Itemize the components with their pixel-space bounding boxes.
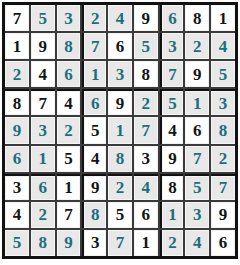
sudoku-cell-r2c8[interactable]: 2 (185, 33, 209, 59)
given-digit: 9 (193, 66, 202, 83)
solved-digit: 2 (219, 150, 228, 167)
sudoku-cell-r4c7[interactable]: 5 (160, 89, 184, 115)
sudoku-cell-r5c8[interactable]: 6 (185, 117, 209, 143)
given-digit: 9 (38, 38, 47, 55)
solved-digit: 1 (193, 95, 202, 112)
solved-digit: 3 (64, 10, 73, 27)
solved-digit: 1 (168, 206, 177, 223)
given-digit: 6 (116, 38, 125, 55)
solved-digit: 2 (13, 66, 22, 83)
sudoku-cell-r3c4[interactable]: 1 (82, 61, 106, 87)
given-digit: 5 (64, 150, 73, 167)
sudoku-cell-r6c2[interactable]: 1 (31, 146, 55, 172)
sudoku-cell-r1c4[interactable]: 2 (82, 5, 106, 31)
sudoku-cell-r9c8[interactable]: 4 (185, 230, 209, 256)
sudoku-cell-r9c7[interactable]: 2 (160, 230, 184, 256)
sudoku-cell-r1c3[interactable]: 3 (57, 5, 81, 31)
sudoku-cell-r3c9[interactable]: 5 (211, 61, 235, 87)
sudoku-cell-r6c6[interactable]: 3 (134, 146, 158, 172)
solved-digit: 5 (168, 95, 177, 112)
sudoku-cell-r1c6[interactable]: 9 (134, 5, 158, 31)
sudoku-cell-r9c5[interactable]: 7 (108, 230, 132, 256)
sudoku-cell-r8c6[interactable]: 6 (134, 202, 158, 228)
solved-digit: 3 (38, 122, 47, 139)
sudoku-cell-r8c9[interactable]: 9 (211, 202, 235, 228)
given-digit: 7 (13, 10, 22, 27)
sudoku-cell-r5c9[interactable]: 8 (211, 117, 235, 143)
given-digit: 1 (219, 10, 228, 27)
given-digit: 9 (91, 179, 100, 196)
solved-digit: 1 (116, 122, 125, 139)
solved-digit: 9 (64, 234, 73, 251)
solved-digit: 1 (91, 66, 100, 83)
solved-digit: 2 (168, 234, 177, 251)
sudoku-cell-r1c5[interactable]: 4 (108, 5, 132, 31)
given-digit: 4 (168, 122, 177, 139)
solved-digit: 6 (168, 10, 177, 27)
sudoku-cell-r5c2[interactable]: 3 (31, 117, 55, 143)
solved-digit: 3 (168, 38, 177, 55)
sudoku-cell-r4c5[interactable]: 9 (108, 89, 132, 115)
solved-digit: 3 (219, 95, 228, 112)
sudoku-cell-r3c8[interactable]: 9 (185, 61, 209, 87)
solved-digit: 7 (193, 150, 202, 167)
solved-digit: 7 (91, 38, 100, 55)
sudoku-cell-r4c6[interactable]: 2 (134, 89, 158, 115)
solved-digit: 7 (219, 179, 228, 196)
solved-digit: 3 (193, 206, 202, 223)
solved-digit: 8 (219, 122, 228, 139)
solved-digit: 4 (116, 10, 125, 27)
sudoku-cell-r2c2[interactable]: 9 (31, 33, 55, 59)
sudoku-cell-r2c9[interactable]: 4 (211, 33, 235, 59)
sudoku-cell-r9c6[interactable]: 1 (134, 230, 158, 256)
sudoku-cell-r8c7[interactable]: 1 (160, 202, 184, 228)
sudoku-cell-r4c9[interactable]: 3 (211, 89, 235, 115)
given-digit: 7 (64, 206, 73, 223)
solved-digit: 3 (116, 66, 125, 83)
sudoku-cell-r8c2[interactable]: 2 (31, 202, 55, 228)
solved-digit: 4 (193, 234, 202, 251)
given-digit: 4 (13, 206, 22, 223)
solved-digit: 7 (168, 66, 177, 83)
sudoku-cell-r6c1[interactable]: 6 (5, 146, 29, 172)
sudoku-cell-r9c2[interactable]: 8 (31, 230, 55, 256)
sudoku-cell-r4c2[interactable]: 7 (31, 89, 55, 115)
sudoku-cell-r2c6[interactable]: 5 (134, 33, 158, 59)
given-digit: 5 (91, 122, 100, 139)
given-digit: 3 (142, 150, 151, 167)
sudoku-cell-r9c9[interactable]: 6 (211, 230, 235, 256)
sudoku-cell-r7c3[interactable]: 1 (57, 174, 81, 200)
sudoku-cell-r5c5[interactable]: 1 (108, 117, 132, 143)
solved-digit: 8 (116, 150, 125, 167)
solved-digit: 5 (219, 66, 228, 83)
sudoku-cell-r8c5[interactable]: 5 (108, 202, 132, 228)
sudoku-cell-r3c6[interactable]: 8 (134, 61, 158, 87)
sudoku-cell-r6c4[interactable]: 4 (82, 146, 106, 172)
sudoku-cell-r4c1[interactable]: 8 (5, 89, 29, 115)
sudoku-cell-r2c4[interactable]: 7 (82, 33, 106, 59)
given-digit: 6 (193, 122, 202, 139)
sudoku-cell-r9c3[interactable]: 9 (57, 230, 81, 256)
sudoku-cell-r1c9[interactable]: 1 (211, 5, 235, 31)
sudoku-cell-r5c4[interactable]: 5 (82, 117, 106, 143)
sudoku-cell-r7c7[interactable]: 8 (160, 174, 184, 200)
sudoku-cell-r7c8[interactable]: 5 (185, 174, 209, 200)
sudoku-cell-r5c6[interactable]: 7 (134, 117, 158, 143)
given-digit: 8 (168, 179, 177, 196)
solved-digit: 8 (64, 38, 73, 55)
solved-digit: 8 (91, 206, 100, 223)
given-digit: 4 (38, 66, 47, 83)
given-digit: 8 (142, 66, 151, 83)
given-digit: 4 (64, 95, 73, 112)
given-digit: 1 (64, 179, 73, 196)
solved-digit: 6 (13, 150, 22, 167)
sudoku-cell-r5c3[interactable]: 2 (57, 117, 81, 143)
sudoku-cell-r3c1[interactable]: 2 (5, 61, 29, 87)
sudoku-cell-r8c4[interactable]: 8 (82, 202, 106, 228)
sudoku-cell-r6c7[interactable]: 9 (160, 146, 184, 172)
solved-digit: 5 (38, 10, 47, 27)
given-digit: 9 (116, 95, 125, 112)
sudoku-cell-r9c1[interactable]: 5 (5, 230, 29, 256)
sudoku-cell-r1c8[interactable]: 8 (185, 5, 209, 31)
sudoku-board: 7532496811987653242461387958746925139325… (2, 2, 238, 259)
sudoku-cell-r8c3[interactable]: 7 (57, 202, 81, 228)
solved-digit: 6 (91, 95, 100, 112)
sudoku-cell-r1c7[interactable]: 6 (160, 5, 184, 31)
sudoku-cell-r7c9[interactable]: 7 (211, 174, 235, 200)
solved-digit: 7 (142, 122, 151, 139)
solved-digit: 2 (64, 122, 73, 139)
sudoku-cell-r8c8[interactable]: 3 (185, 202, 209, 228)
given-digit: 1 (13, 38, 22, 55)
given-digit: 8 (193, 10, 202, 27)
sudoku-cell-r2c1[interactable]: 1 (5, 33, 29, 59)
sudoku-cell-r3c3[interactable]: 6 (57, 61, 81, 87)
sudoku-cell-r2c5[interactable]: 6 (108, 33, 132, 59)
given-digit: 1 (142, 234, 151, 251)
solved-digit: 5 (142, 38, 151, 55)
solved-digit: 2 (38, 206, 47, 223)
given-digit: 7 (38, 95, 47, 112)
sudoku-cell-r7c2[interactable]: 6 (31, 174, 55, 200)
sudoku-cell-r3c2[interactable]: 4 (31, 61, 55, 87)
sudoku-cell-r6c9[interactable]: 2 (211, 146, 235, 172)
solved-digit: 5 (13, 234, 22, 251)
solved-digit: 2 (193, 38, 202, 55)
sudoku-cell-r7c5[interactable]: 2 (108, 174, 132, 200)
solved-digit: 7 (116, 234, 125, 251)
sudoku-cell-r9c4[interactable]: 3 (82, 230, 106, 256)
sudoku-cell-r4c4[interactable]: 6 (82, 89, 106, 115)
given-digit: 9 (142, 10, 151, 27)
sudoku-cell-r2c7[interactable]: 3 (160, 33, 184, 59)
sudoku-page: 7532496811987653242461387958746925139325… (0, 0, 240, 259)
sudoku-cell-r7c1[interactable]: 3 (5, 174, 29, 200)
given-digit: 8 (13, 95, 22, 112)
sudoku-cell-r2c3[interactable]: 8 (57, 33, 81, 59)
solved-digit: 2 (116, 179, 125, 196)
given-digit: 4 (91, 150, 100, 167)
given-digit: 5 (116, 206, 125, 223)
sudoku-cell-r6c5[interactable]: 8 (108, 146, 132, 172)
sudoku-cell-r3c7[interactable]: 7 (160, 61, 184, 87)
solved-digit: 1 (38, 150, 47, 167)
sudoku-cell-r5c7[interactable]: 4 (160, 117, 184, 143)
sudoku-cell-r4c8[interactable]: 1 (185, 89, 209, 115)
given-digit: 3 (91, 234, 100, 251)
given-digit: 3 (13, 179, 22, 196)
sudoku-cell-r1c1[interactable]: 7 (5, 5, 29, 31)
solved-digit: 4 (219, 38, 228, 55)
given-digit: 6 (219, 234, 228, 251)
solved-digit: 6 (64, 66, 73, 83)
solved-digit: 2 (142, 95, 151, 112)
sudoku-cell-r3c5[interactable]: 3 (108, 61, 132, 87)
solved-digit: 9 (13, 122, 22, 139)
sudoku-cell-r1c2[interactable]: 5 (31, 5, 55, 31)
sudoku-cell-r6c8[interactable]: 7 (185, 146, 209, 172)
sudoku-cell-r5c1[interactable]: 9 (5, 117, 29, 143)
given-digit: 6 (142, 206, 151, 223)
solved-digit: 5 (193, 179, 202, 196)
sudoku-cell-r7c4[interactable]: 9 (82, 174, 106, 200)
solved-digit: 2 (91, 10, 100, 27)
solved-digit: 8 (38, 234, 47, 251)
solved-digit: 4 (142, 179, 151, 196)
given-digit: 9 (219, 206, 228, 223)
solved-digit: 6 (38, 179, 47, 196)
sudoku-cell-r8c1[interactable]: 4 (5, 202, 29, 228)
sudoku-cell-r6c3[interactable]: 5 (57, 146, 81, 172)
sudoku-cell-r4c3[interactable]: 4 (57, 89, 81, 115)
sudoku-cell-r7c6[interactable]: 4 (134, 174, 158, 200)
given-digit: 9 (168, 150, 177, 167)
